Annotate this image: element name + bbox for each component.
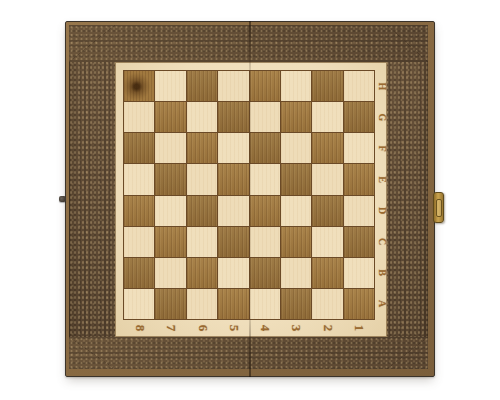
square-d8: [124, 196, 154, 226]
square-g2: [312, 102, 342, 132]
rank-label-2: 2: [319, 312, 335, 343]
square-d5: [218, 196, 248, 226]
square-h4: [250, 71, 280, 101]
square-d7: [155, 196, 185, 226]
fold-seam: [249, 21, 251, 377]
square-f4: [250, 133, 280, 163]
square-e2: [312, 164, 342, 194]
square-h3: [281, 71, 311, 101]
file-label-a: A: [367, 298, 398, 310]
square-g3: [281, 102, 311, 132]
square-f7: [155, 133, 185, 163]
square-d3: [281, 196, 311, 226]
file-label-f: F: [367, 143, 398, 155]
brass-clasp: [433, 192, 444, 223]
frame-miter-bottom-right: [387, 337, 428, 369]
rank-label-1: 1: [350, 312, 366, 343]
square-e5: [218, 164, 248, 194]
file-label-c: C: [367, 236, 398, 248]
square-b3: [281, 258, 311, 288]
chess-box: H G F E D C B A 8 7 6 5 4 3 2 1: [65, 21, 435, 377]
frame-miter-top-left: [69, 25, 115, 62]
square-f3: [281, 133, 311, 163]
file-label-g: G: [367, 112, 398, 124]
square-d2: [312, 196, 342, 226]
square-h7: [155, 71, 185, 101]
square-b4: [250, 258, 280, 288]
square-b7: [155, 258, 185, 288]
rank-label-8: 8: [132, 312, 148, 343]
square-g7: [155, 102, 185, 132]
file-labels: H G F E D C B A: [376, 71, 388, 319]
square-f2: [312, 133, 342, 163]
rank-label-6: 6: [194, 312, 210, 343]
board-panel: H G F E D C B A 8 7 6 5 4 3 2 1: [115, 62, 387, 337]
square-c6: [187, 227, 217, 257]
square-c7: [155, 227, 185, 257]
square-g8: [124, 102, 154, 132]
square-c5: [218, 227, 248, 257]
file-label-h: H: [367, 81, 398, 93]
photo-canvas: H G F E D C B A 8 7 6 5 4 3 2 1: [0, 0, 500, 400]
frame-miter-top-right: [387, 25, 428, 62]
rank-label-7: 7: [163, 312, 179, 343]
frame-miter-bottom-left: [69, 337, 115, 369]
square-e4: [250, 164, 280, 194]
square-c8: [124, 227, 154, 257]
file-label-b: B: [367, 267, 398, 279]
square-g5: [218, 102, 248, 132]
hinge-pin: [59, 196, 66, 202]
rank-label-5: 5: [225, 312, 241, 343]
square-d4: [250, 196, 280, 226]
square-g6: [187, 102, 217, 132]
square-f5: [218, 133, 248, 163]
square-b6: [187, 258, 217, 288]
square-e6: [187, 164, 217, 194]
square-h8: [124, 71, 154, 101]
square-e7: [155, 164, 185, 194]
square-d6: [187, 196, 217, 226]
file-label-e: E: [367, 174, 398, 186]
square-c4: [250, 227, 280, 257]
square-b5: [218, 258, 248, 288]
square-h5: [218, 71, 248, 101]
square-g4: [250, 102, 280, 132]
square-c3: [281, 227, 311, 257]
file-label-d: D: [367, 205, 398, 217]
square-f6: [187, 133, 217, 163]
rank-label-4: 4: [257, 312, 273, 343]
square-e3: [281, 164, 311, 194]
square-b2: [312, 258, 342, 288]
square-b8: [124, 258, 154, 288]
square-f8: [124, 133, 154, 163]
square-c2: [312, 227, 342, 257]
square-h6: [187, 71, 217, 101]
square-e8: [124, 164, 154, 194]
rank-label-3: 3: [288, 312, 304, 343]
square-h2: [312, 71, 342, 101]
